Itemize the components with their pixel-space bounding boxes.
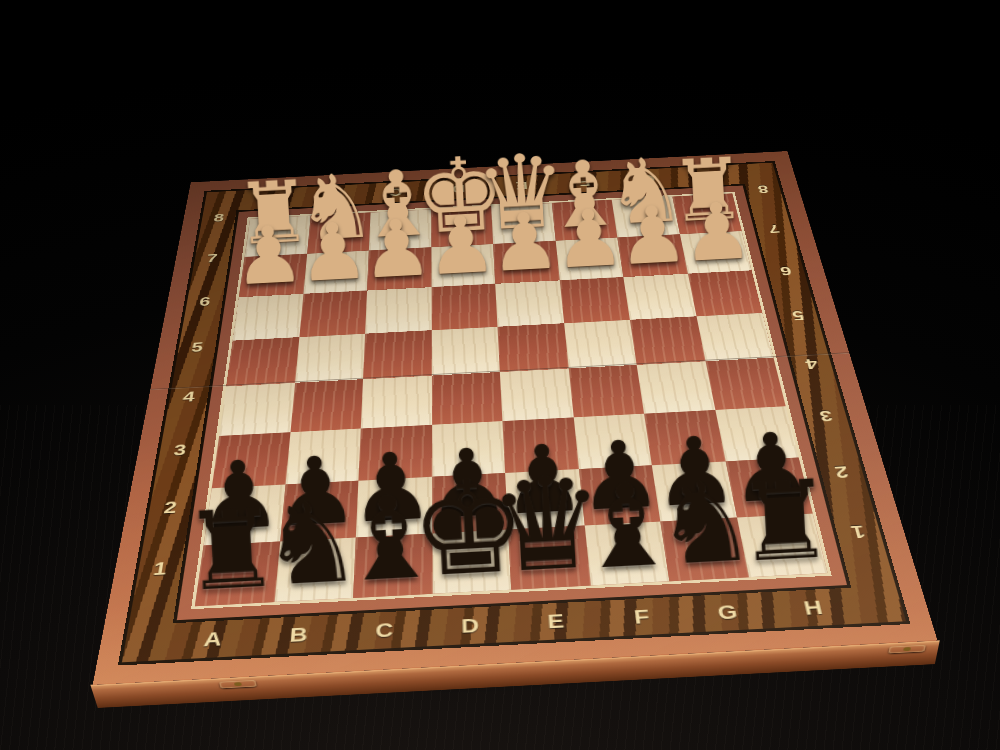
white-pawn-e7[interactable]: ♟ [488,204,562,282]
coordinate-label: B [300,184,365,207]
square-a5[interactable] [226,337,299,386]
white-pawn-g7[interactable]: ♟ [616,197,690,275]
square-h7[interactable]: ♟ [679,231,751,274]
coordinate-label: B [254,614,343,655]
coordinate-label: E [490,174,555,197]
square-g4[interactable] [637,361,715,413]
square-d8[interactable]: ♚ [431,206,493,247]
square-a1[interactable]: ♜ [195,541,280,606]
square-g5[interactable] [630,316,705,365]
white-pawn-c7[interactable]: ♟ [360,211,434,289]
coordinate-label: D [427,605,514,646]
square-h6[interactable] [687,270,762,316]
square-h1[interactable]: ♜ [736,513,827,577]
square-g7[interactable]: ♟ [617,234,687,277]
square-c4[interactable] [361,376,432,429]
white-rook-h8[interactable]: ♜ [668,148,749,233]
coordinate-label: D [427,177,491,200]
square-b7[interactable]: ♟ [303,250,369,294]
white-pawn-h7[interactable]: ♟ [680,194,754,272]
chess-box: ABCDEFGH ABCDEFGH 87654321 87654321 ♜♞♝♚… [93,151,938,684]
coordinate-label: G [615,168,682,191]
square-g8[interactable]: ♞ [612,197,680,238]
coordinate-label: C [364,181,428,204]
square-c6[interactable] [365,287,431,333]
black-rook-h1[interactable]: ♜ [733,467,836,575]
coordinate-label: 6 [180,293,224,340]
coordinate-label: 8 [196,210,236,252]
black-queen-e1[interactable]: ♛ [486,459,608,588]
square-a6[interactable] [233,294,303,340]
square-e5[interactable] [497,323,568,372]
outer-mahogany-band: ABCDEFGH ABCDEFGH 87654321 87654321 ♜♞♝♚… [93,151,938,684]
coordinate-label: 5 [171,338,216,389]
coordinate-label: E [512,601,601,642]
square-b6[interactable] [299,291,367,337]
square-a4[interactable] [219,383,294,436]
scene-tilt: ABCDEFGH ABCDEFGH 87654321 87654321 ♜♞♝♚… [0,0,1000,750]
white-knight-g8[interactable]: ♞ [604,148,688,236]
black-rook-a1[interactable]: ♜ [181,496,284,604]
square-g6[interactable] [623,274,696,320]
coordinate-label: 7 [188,250,230,294]
square-b5[interactable] [295,333,365,382]
file-labels-top: ABCDEFGH [237,164,745,210]
coordinate-label: 6 [766,263,814,309]
white-pawn-f7[interactable]: ♟ [552,201,626,279]
square-g1[interactable]: ♞ [660,517,748,581]
photo-stage: ABCDEFGH ABCDEFGH 87654321 87654321 ♜♞♝♚… [0,0,1000,750]
square-c8[interactable]: ♝ [369,209,431,250]
coordinate-frame: ABCDEFGH ABCDEFGH 87654321 87654321 ♜♞♝♚… [118,161,911,665]
coordinate-label: A [167,619,257,660]
square-a7[interactable]: ♟ [239,254,307,298]
square-c5[interactable] [363,330,431,379]
coordinate-label: C [341,610,428,651]
white-rook-a8[interactable]: ♜ [234,171,315,256]
square-b4[interactable] [290,379,363,432]
white-bishop-f8[interactable]: ♝ [541,149,627,239]
inner-mahogany-band: ♜♞♝♚♛♝♞♜♟♟♟♟♟♟♟♟♟♟♟♟♟♟♟♟♜♞♝♚♛♝♞♜ [173,184,851,623]
white-pawn-a7[interactable]: ♟ [232,217,306,295]
square-b8[interactable]: ♞ [307,212,371,253]
square-e1[interactable]: ♛ [508,525,590,590]
square-b1[interactable]: ♞ [274,537,356,602]
coordinate-label: G [682,592,774,633]
coordinate-label: F [597,597,687,638]
square-f6[interactable] [559,277,630,323]
square-f5[interactable] [564,320,637,369]
white-pawn-b7[interactable]: ♟ [296,214,370,292]
square-e6[interactable] [495,280,563,326]
square-e8[interactable]: ♛ [491,203,555,244]
square-h5[interactable] [696,313,773,362]
square-d5[interactable] [431,326,500,375]
white-bishop-c8[interactable]: ♝ [355,159,441,249]
brass-clasp-left[interactable] [219,680,257,688]
square-a8[interactable]: ♜ [245,216,311,257]
white-knight-b8[interactable]: ♞ [294,164,378,252]
square-d7[interactable]: ♟ [431,244,495,287]
square-e7[interactable]: ♟ [493,241,559,284]
coordinate-label: F [552,171,618,194]
square-h8[interactable]: ♜ [672,193,742,234]
square-f4[interactable] [568,365,644,417]
brass-clasp-right[interactable] [889,645,926,654]
square-h4[interactable] [705,358,786,410]
square-f7[interactable]: ♟ [555,237,623,280]
white-pawn-d7[interactable]: ♟ [424,207,498,285]
square-d4[interactable] [431,372,502,424]
coordinate-label: 5 [778,307,829,357]
chess-board-grid: ♜♞♝♚♛♝♞♜♟♟♟♟♟♟♟♟♟♟♟♟♟♟♟♟♜♞♝♚♛♝♞♜ [191,192,832,609]
coordinate-label: H [766,588,860,629]
coordinate-label: 8 [745,182,790,223]
coordinate-label: H [677,164,745,187]
square-f8[interactable]: ♝ [551,200,617,241]
square-c7[interactable]: ♟ [367,247,431,291]
square-d6[interactable] [431,284,497,330]
square-e4[interactable] [500,368,573,420]
coordinate-label: 7 [755,221,801,264]
coordinate-label: A [237,187,303,210]
